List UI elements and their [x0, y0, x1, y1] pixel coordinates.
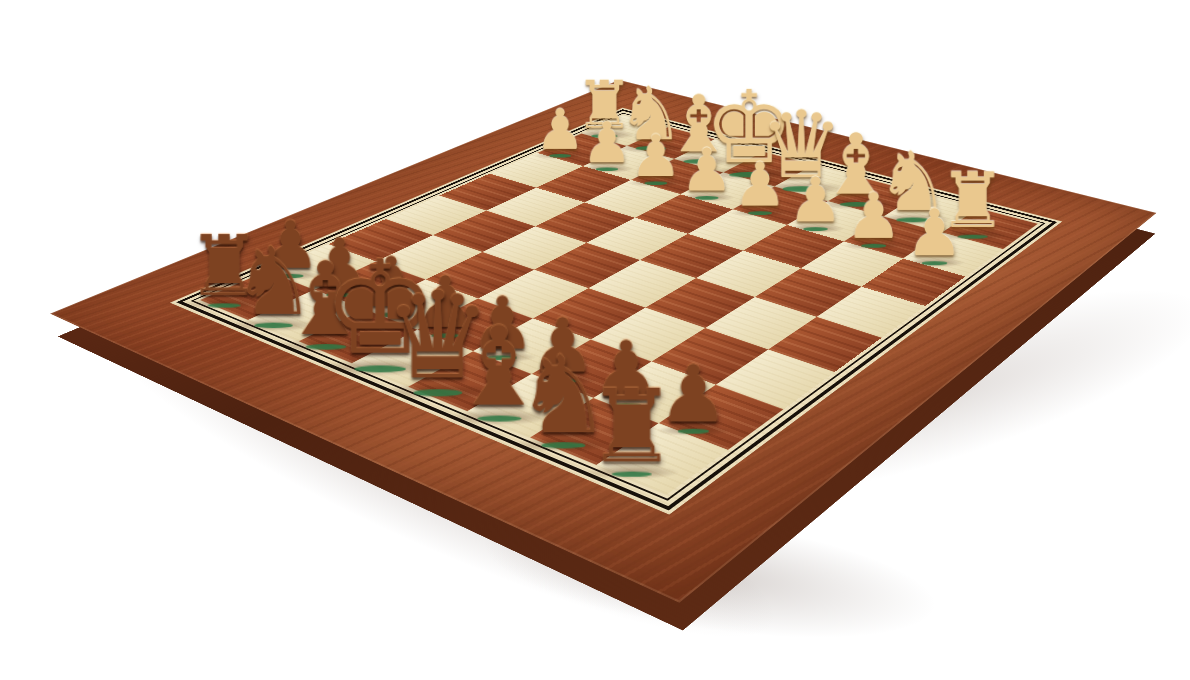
photo-scene: ♜♞♝♚♛♝♞♜♟♟♟♟♟♟♟♟♟♟♟♟♟♟♟♟♜♞♝♚♛♝♞♜: [0, 0, 1190, 680]
chessboard: ♜♞♝♚♛♝♞♜♟♟♟♟♟♟♟♟♟♟♟♟♟♟♟♟♜♞♝♚♛♝♞♜: [50, 80, 1157, 603]
